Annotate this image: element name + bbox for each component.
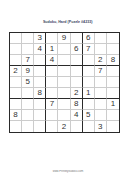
sudoku-cell-r4c7: [83, 66, 95, 77]
sudoku-cell-r3c1: [10, 55, 22, 66]
sudoku-cell-r1c7: 6: [83, 33, 95, 44]
page-title-row: Sudoku, Hard (Puzzle #4233): [0, 12, 136, 30]
sudoku-cell-r9c1: [10, 121, 22, 132]
sudoku-cell-r6c1: [10, 88, 22, 99]
sudoku-cell-r4c1: 2: [10, 66, 22, 77]
sudoku-cell-r4c3: [34, 66, 46, 77]
sudoku-page: Sudoku, Hard (Puzzle #4233) 396416774282…: [0, 0, 136, 176]
sudoku-cell-r4c2: 9: [22, 66, 34, 77]
sudoku-cell-r9c2: [22, 121, 34, 132]
sudoku-cell-r2c4: 1: [46, 44, 58, 55]
sudoku-cell-r7c5: [58, 99, 70, 110]
sudoku-cell-r5c3: [34, 77, 46, 88]
sudoku-cell-r5c1: [10, 77, 22, 88]
sudoku-cell-r1c6: [71, 33, 83, 44]
sudoku-cell-r7c4: 7: [46, 99, 58, 110]
sudoku-cell-r9c6: [71, 121, 83, 132]
sudoku-cell-r5c9: [107, 77, 119, 88]
sudoku-cell-r1c8: [95, 33, 107, 44]
sudoku-cell-r3c4: 4: [46, 55, 58, 66]
sudoku-cell-r1c4: [46, 33, 58, 44]
sudoku-cell-r7c2: [22, 99, 34, 110]
sudoku-cell-r2c2: [22, 44, 34, 55]
sudoku-cell-r4c8: 7: [95, 66, 107, 77]
sudoku-cell-r2c5: [58, 44, 70, 55]
sudoku-cell-r8c6: 4: [71, 110, 83, 121]
sudoku-cell-r6c6: 2: [71, 88, 83, 99]
sudoku-cell-r1c1: [10, 33, 22, 44]
sudoku-cell-r3c8: 2: [95, 55, 107, 66]
sudoku-cell-r4c6: [71, 66, 83, 77]
page-title: Sudoku, Hard (Puzzle #4233): [43, 20, 93, 24]
sudoku-cell-r2c9: [107, 44, 119, 55]
footer-row: www.PrintMySudoku.com: [0, 161, 136, 176]
sudoku-grid: 39641677428297582178184523: [9, 32, 120, 133]
sudoku-cell-r2c1: [10, 44, 22, 55]
sudoku-cell-r7c1: [10, 99, 22, 110]
sudoku-cell-r9c3: [34, 121, 46, 132]
sudoku-cell-r9c9: [107, 121, 119, 132]
sudoku-cell-r3c3: [34, 55, 46, 66]
sudoku-cell-r4c4: [46, 66, 58, 77]
sudoku-cell-r5c7: [83, 77, 95, 88]
sudoku-cell-r9c4: [46, 121, 58, 132]
sudoku-cell-r8c4: [46, 110, 58, 121]
sudoku-cell-r8c3: [34, 110, 46, 121]
sudoku-cell-r3c2: 7: [22, 55, 34, 66]
sudoku-cell-r5c8: [95, 77, 107, 88]
sudoku-cell-r1c3: 3: [34, 33, 46, 44]
sudoku-cell-r3c7: [83, 55, 95, 66]
sudoku-cell-r6c9: [107, 88, 119, 99]
sudoku-cell-r3c9: 8: [107, 55, 119, 66]
sudoku-cell-r6c4: [46, 88, 58, 99]
sudoku-cell-r6c5: [58, 88, 70, 99]
sudoku-cell-r2c3: 4: [34, 44, 46, 55]
footer-url: www.PrintMySudoku.com: [53, 170, 84, 173]
sudoku-cell-r9c5: 2: [58, 121, 70, 132]
sudoku-cell-r1c5: 9: [58, 33, 70, 44]
sudoku-cell-r4c5: [58, 66, 70, 77]
sudoku-cell-r3c5: [58, 55, 70, 66]
sudoku-cell-r9c7: [83, 121, 95, 132]
sudoku-cell-r1c2: [22, 33, 34, 44]
sudoku-cell-r5c5: [58, 77, 70, 88]
sudoku-cell-r2c6: 6: [71, 44, 83, 55]
sudoku-cell-r2c7: 7: [83, 44, 95, 55]
sudoku-cell-r8c9: [107, 110, 119, 121]
sudoku-cell-r8c1: 8: [10, 110, 22, 121]
sudoku-cell-r9c8: 3: [95, 121, 107, 132]
sudoku-cell-r7c3: [34, 99, 46, 110]
sudoku-cell-r8c8: [95, 110, 107, 121]
sudoku-cell-r5c6: [71, 77, 83, 88]
sudoku-cell-r6c2: [22, 88, 34, 99]
sudoku-cell-r1c9: [107, 33, 119, 44]
sudoku-cell-r2c8: [95, 44, 107, 55]
sudoku-cell-r3c6: [71, 55, 83, 66]
sudoku-cell-r5c4: [46, 77, 58, 88]
sudoku-cell-r6c7: 1: [83, 88, 95, 99]
sudoku-cell-r6c3: 8: [34, 88, 46, 99]
sudoku-cell-r8c7: 5: [83, 110, 95, 121]
sudoku-cell-r7c8: [95, 99, 107, 110]
sudoku-cell-r8c5: [58, 110, 70, 121]
sudoku-cell-r8c2: [22, 110, 34, 121]
sudoku-cell-r5c2: 5: [22, 77, 34, 88]
sudoku-cell-r4c9: [107, 66, 119, 77]
sudoku-cell-r7c6: 8: [71, 99, 83, 110]
sudoku-cell-r7c9: 1: [107, 99, 119, 110]
sudoku-cell-r7c7: [83, 99, 95, 110]
sudoku-cell-r6c8: [95, 88, 107, 99]
